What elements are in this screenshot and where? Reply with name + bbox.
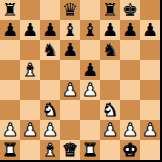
- piece-white-bishop: ♝: [22, 60, 38, 80]
- square-h5[interactable]: [140, 60, 160, 80]
- square-d6[interactable]: ♟: [60, 40, 80, 60]
- piece-white-pawn: ♟: [22, 120, 38, 140]
- square-a8[interactable]: ♜: [0, 0, 20, 20]
- square-f6[interactable]: ♞: [100, 40, 120, 60]
- piece-white-king: ♚: [122, 140, 138, 160]
- piece-white-knight: ♞: [102, 100, 118, 120]
- square-c8[interactable]: [40, 0, 60, 20]
- square-c6[interactable]: ♞: [40, 40, 60, 60]
- square-f4[interactable]: [100, 80, 120, 100]
- square-h8[interactable]: [140, 0, 160, 20]
- square-d7[interactable]: ♝: [60, 20, 80, 40]
- square-g2[interactable]: ♟: [120, 120, 140, 140]
- piece-white-pawn: ♟: [2, 120, 18, 140]
- square-e2[interactable]: [80, 120, 100, 140]
- square-a5[interactable]: [0, 60, 20, 80]
- square-c2[interactable]: ♟: [40, 120, 60, 140]
- square-e3[interactable]: [80, 100, 100, 120]
- square-f2[interactable]: ♟: [100, 120, 120, 140]
- square-e8[interactable]: [80, 0, 100, 20]
- piece-white-pawn: ♟: [142, 120, 158, 140]
- piece-black-rook: ♜: [102, 0, 118, 20]
- square-a1[interactable]: ♜: [0, 140, 20, 160]
- square-c4[interactable]: [40, 80, 60, 100]
- square-a4[interactable]: [0, 80, 20, 100]
- square-e4[interactable]: ♟: [80, 80, 100, 100]
- piece-black-pawn: ♟: [82, 60, 98, 80]
- square-c7[interactable]: ♟: [40, 20, 60, 40]
- piece-black-pawn: ♟: [2, 20, 18, 40]
- square-f8[interactable]: ♜: [100, 0, 120, 20]
- square-f1[interactable]: [100, 140, 120, 160]
- square-c1[interactable]: ♝: [40, 140, 60, 160]
- piece-black-king: ♚: [122, 0, 138, 20]
- piece-black-bishop: ♝: [62, 20, 78, 40]
- square-d4[interactable]: ♟: [60, 80, 80, 100]
- piece-white-pawn: ♟: [42, 120, 58, 140]
- square-e7[interactable]: ♝: [80, 20, 100, 40]
- chess-board: ♜♛♜♚♟♟♟♝♝♟♟♟♞♟♞♝♟♟♟♞♞♟♟♟♟♟♟♜♝♛♜♚: [0, 0, 162, 162]
- square-e1[interactable]: ♜: [80, 140, 100, 160]
- piece-white-bishop: ♝: [42, 140, 58, 160]
- square-b8[interactable]: [20, 0, 40, 20]
- square-b6[interactable]: [20, 40, 40, 60]
- square-d2[interactable]: [60, 120, 80, 140]
- piece-black-pawn: ♟: [62, 40, 78, 60]
- square-e6[interactable]: [80, 40, 100, 60]
- square-d1[interactable]: ♛: [60, 140, 80, 160]
- square-d5[interactable]: [60, 60, 80, 80]
- square-b7[interactable]: ♟: [20, 20, 40, 40]
- square-d3[interactable]: [60, 100, 80, 120]
- square-h4[interactable]: [140, 80, 160, 100]
- square-b5[interactable]: ♝: [20, 60, 40, 80]
- square-h6[interactable]: [140, 40, 160, 60]
- piece-black-rook: ♜: [2, 0, 18, 20]
- square-b1[interactable]: [20, 140, 40, 160]
- piece-white-pawn: ♟: [82, 80, 98, 100]
- square-g8[interactable]: ♚: [120, 0, 140, 20]
- piece-black-pawn: ♟: [102, 20, 118, 40]
- piece-white-pawn: ♟: [122, 120, 138, 140]
- piece-black-pawn: ♟: [142, 20, 158, 40]
- piece-black-pawn: ♟: [22, 20, 38, 40]
- square-g1[interactable]: ♚: [120, 140, 140, 160]
- piece-black-knight: ♞: [102, 40, 118, 60]
- square-g7[interactable]: ♟: [120, 20, 140, 40]
- piece-white-queen: ♛: [62, 140, 78, 160]
- square-b4[interactable]: [20, 80, 40, 100]
- piece-white-pawn: ♟: [62, 80, 78, 100]
- piece-black-bishop: ♝: [82, 20, 98, 40]
- square-e5[interactable]: ♟: [80, 60, 100, 80]
- square-c3[interactable]: ♞: [40, 100, 60, 120]
- square-h2[interactable]: ♟: [140, 120, 160, 140]
- square-a3[interactable]: [0, 100, 20, 120]
- square-h7[interactable]: ♟: [140, 20, 160, 40]
- square-g5[interactable]: [120, 60, 140, 80]
- square-a6[interactable]: [0, 40, 20, 60]
- piece-white-pawn: ♟: [102, 120, 118, 140]
- piece-white-rook: ♜: [82, 140, 98, 160]
- square-h1[interactable]: [140, 140, 160, 160]
- piece-white-rook: ♜: [2, 140, 18, 160]
- square-f5[interactable]: [100, 60, 120, 80]
- piece-black-pawn: ♟: [122, 20, 138, 40]
- square-h3[interactable]: [140, 100, 160, 120]
- square-g3[interactable]: [120, 100, 140, 120]
- square-b3[interactable]: [20, 100, 40, 120]
- square-g4[interactable]: [120, 80, 140, 100]
- square-a2[interactable]: ♟: [0, 120, 20, 140]
- piece-black-queen: ♛: [62, 0, 78, 20]
- square-a7[interactable]: ♟: [0, 20, 20, 40]
- piece-white-knight: ♞: [42, 100, 58, 120]
- square-b2[interactable]: ♟: [20, 120, 40, 140]
- square-g6[interactable]: [120, 40, 140, 60]
- piece-black-pawn: ♟: [42, 20, 58, 40]
- square-f3[interactable]: ♞: [100, 100, 120, 120]
- piece-black-knight: ♞: [42, 40, 58, 60]
- square-f7[interactable]: ♟: [100, 20, 120, 40]
- square-c5[interactable]: [40, 60, 60, 80]
- square-d8[interactable]: ♛: [60, 0, 80, 20]
